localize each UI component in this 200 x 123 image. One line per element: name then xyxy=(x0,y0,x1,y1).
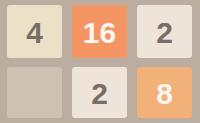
tile-r0c1-16: 16 xyxy=(72,5,127,58)
tile-r1c1-2: 2 xyxy=(72,67,127,118)
tile-value: 8 xyxy=(156,77,173,109)
empty-cell-r1c0 xyxy=(7,67,62,118)
tile-value: 2 xyxy=(91,77,108,109)
tile-r0c0-4: 4 xyxy=(7,5,62,58)
tile-value: 16 xyxy=(83,16,116,48)
2048-board[interactable]: 4 16 2 2 8 xyxy=(0,0,200,123)
tile-r0c2-2: 2 xyxy=(137,5,192,58)
tile-value: 2 xyxy=(156,16,173,48)
tile-r1c2-8: 8 xyxy=(137,67,192,118)
tile-value: 4 xyxy=(26,16,43,48)
